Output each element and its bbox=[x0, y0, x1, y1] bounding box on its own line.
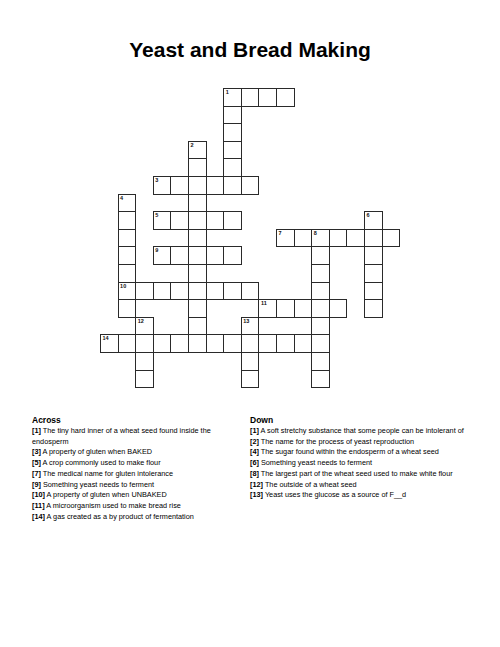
clue-number: 6 bbox=[367, 212, 370, 219]
grid-cell[interactable] bbox=[258, 334, 277, 353]
clue-item: [9] Something yeast needs to ferment bbox=[32, 480, 244, 491]
grid-cell[interactable] bbox=[364, 264, 383, 283]
clue-item: [2] The name for the process of yeast re… bbox=[250, 437, 466, 448]
clue-item: [11] A microorganism used to make bread … bbox=[32, 501, 244, 512]
clue-item: [3] A property of gluten when BAKED bbox=[32, 447, 244, 458]
clue-item-number: [1] bbox=[32, 426, 41, 435]
grid-cell[interactable] bbox=[135, 352, 154, 371]
grid-cell[interactable] bbox=[294, 229, 313, 248]
down-clues-column: Down [1] A soft stretchy substance that … bbox=[250, 414, 466, 501]
grid-cell[interactable]: 6 bbox=[364, 211, 383, 230]
clue-number: 2 bbox=[191, 142, 194, 149]
grid-cell[interactable]: 10 bbox=[118, 282, 137, 301]
down-clues-list: [1] A soft stretchy substance that some … bbox=[250, 426, 466, 501]
grid-cell[interactable] bbox=[206, 334, 225, 353]
grid-cell[interactable]: 13 bbox=[241, 317, 260, 336]
grid-cell[interactable] bbox=[241, 334, 260, 353]
grid-cell[interactable]: 8 bbox=[311, 229, 330, 248]
grid-cell[interactable] bbox=[364, 282, 383, 301]
grid-cell[interactable] bbox=[294, 299, 313, 318]
grid-cell[interactable] bbox=[364, 299, 383, 318]
clue-item: [13] Yeast uses the glucose as a source … bbox=[250, 490, 466, 501]
clue-number: 1 bbox=[226, 89, 229, 96]
grid-cell[interactable] bbox=[329, 299, 348, 318]
grid-cell[interactable] bbox=[276, 334, 295, 353]
grid-cell[interactable] bbox=[311, 299, 330, 318]
clue-number: 7 bbox=[279, 230, 282, 237]
grid-cell[interactable] bbox=[276, 88, 295, 107]
clue-item-number: [10] bbox=[32, 490, 45, 499]
grid-cell[interactable] bbox=[118, 246, 137, 265]
clue-item-number: [14] bbox=[32, 512, 45, 521]
grid-cell[interactable] bbox=[258, 88, 277, 107]
grid-cell[interactable] bbox=[188, 246, 207, 265]
clue-number: 13 bbox=[243, 318, 249, 325]
clue-item-number: [11] bbox=[32, 501, 45, 510]
grid-cell[interactable] bbox=[118, 334, 137, 353]
clue-item: [4] The sugar found within the endosperm… bbox=[250, 447, 466, 458]
clue-item: [7] The medical name for gluten intolera… bbox=[32, 469, 244, 480]
grid-cell[interactable] bbox=[311, 352, 330, 371]
across-clues-list: [1] The tiny hard inner of a wheat seed … bbox=[32, 426, 244, 522]
down-header: Down bbox=[250, 414, 466, 426]
grid-cell[interactable] bbox=[170, 176, 189, 195]
grid-cell[interactable] bbox=[188, 194, 207, 213]
grid-cell[interactable] bbox=[223, 123, 242, 142]
grid-cell[interactable] bbox=[329, 229, 348, 248]
grid-cell[interactable] bbox=[241, 370, 260, 389]
grid-cell[interactable] bbox=[206, 246, 225, 265]
grid-cell[interactable] bbox=[206, 282, 225, 301]
clue-item-number: [5] bbox=[32, 458, 41, 467]
clue-item: [14] A gas created as a by product of fe… bbox=[32, 512, 244, 523]
grid-cell[interactable] bbox=[364, 229, 383, 248]
grid-cell[interactable] bbox=[153, 334, 172, 353]
grid-cell[interactable] bbox=[311, 264, 330, 283]
clue-item-number: [3] bbox=[32, 447, 41, 456]
clue-item-number: [13] bbox=[250, 490, 263, 499]
crossword-page: Yeast and Bread Making 12345678910111213… bbox=[0, 0, 500, 647]
clue-number: 4 bbox=[120, 195, 123, 202]
grid-cell[interactable] bbox=[118, 211, 137, 230]
grid-cell[interactable] bbox=[241, 176, 260, 195]
grid-cell[interactable]: 7 bbox=[276, 229, 295, 248]
grid-cell[interactable] bbox=[153, 282, 172, 301]
clue-item-number: [1] bbox=[250, 426, 259, 435]
grid-cell[interactable] bbox=[188, 264, 207, 283]
grid-cell[interactable] bbox=[188, 299, 207, 318]
clue-item-number: [12] bbox=[250, 480, 263, 489]
grid-cell[interactable] bbox=[223, 211, 242, 230]
grid-cell[interactable] bbox=[294, 334, 313, 353]
grid-cell[interactable] bbox=[311, 370, 330, 389]
grid-cell[interactable] bbox=[206, 176, 225, 195]
grid-cell[interactable]: 9 bbox=[153, 246, 172, 265]
grid-cell[interactable] bbox=[188, 229, 207, 248]
grid-cell[interactable] bbox=[241, 88, 260, 107]
grid-cell[interactable]: 4 bbox=[118, 194, 137, 213]
grid-cell[interactable] bbox=[188, 176, 207, 195]
clue-number: 8 bbox=[314, 230, 317, 237]
page-title: Yeast and Bread Making bbox=[0, 38, 500, 62]
grid-cell[interactable] bbox=[241, 352, 260, 371]
grid-cell[interactable] bbox=[206, 211, 225, 230]
grid-cell[interactable] bbox=[188, 282, 207, 301]
grid-cell[interactable] bbox=[311, 282, 330, 301]
grid-cell[interactable]: 3 bbox=[153, 176, 172, 195]
grid-cell[interactable]: 5 bbox=[153, 211, 172, 230]
grid-cell[interactable]: 11 bbox=[258, 299, 277, 318]
grid-cell[interactable] bbox=[170, 211, 189, 230]
grid-cell[interactable] bbox=[311, 317, 330, 336]
grid-cell[interactable] bbox=[118, 264, 137, 283]
clue-number: 10 bbox=[120, 283, 126, 290]
clue-number: 5 bbox=[155, 212, 158, 219]
grid-cell[interactable] bbox=[223, 106, 242, 125]
grid-cell[interactable] bbox=[223, 246, 242, 265]
grid-cell[interactable]: 2 bbox=[188, 141, 207, 160]
across-header: Across bbox=[32, 414, 244, 426]
clue-item: [1] A soft stretchy substance that some … bbox=[250, 426, 466, 437]
clue-item-number: [7] bbox=[32, 469, 41, 478]
across-clues-column: Across [1] The tiny hard inner of a whea… bbox=[32, 414, 244, 522]
clue-item: [8] The largest part of the wheat seed u… bbox=[250, 469, 466, 480]
clue-item: [10] A property of gluten when UNBAKED bbox=[32, 490, 244, 501]
clue-number: 14 bbox=[103, 335, 109, 342]
grid-cell[interactable] bbox=[170, 282, 189, 301]
grid-cell[interactable] bbox=[188, 334, 207, 353]
clue-item-number: [2] bbox=[250, 437, 259, 446]
grid-cell[interactable] bbox=[118, 229, 137, 248]
grid-cell[interactable]: 14 bbox=[100, 334, 119, 353]
grid-cell[interactable] bbox=[135, 334, 154, 353]
clue-item-number: [4] bbox=[250, 447, 259, 456]
grid-cell[interactable] bbox=[223, 141, 242, 160]
grid-cell[interactable] bbox=[276, 299, 295, 318]
grid-cell[interactable]: 12 bbox=[135, 317, 154, 336]
grid-cell[interactable] bbox=[364, 246, 383, 265]
clue-number: 9 bbox=[155, 247, 158, 254]
grid-cell[interactable] bbox=[170, 246, 189, 265]
clue-item-number: [8] bbox=[250, 469, 259, 478]
grid-cell[interactable] bbox=[223, 158, 242, 177]
clue-item-number: [6] bbox=[250, 458, 259, 467]
clue-item: [6] Something yeast needs to ferment bbox=[250, 458, 466, 469]
grid-cell[interactable] bbox=[118, 299, 137, 318]
grid-cell[interactable] bbox=[223, 334, 242, 353]
crossword-grid: 1234567891011121314 bbox=[100, 88, 400, 388]
clue-item-number: [9] bbox=[32, 480, 41, 489]
grid-cell[interactable] bbox=[188, 317, 207, 336]
clue-number: 12 bbox=[138, 318, 144, 325]
grid-cell[interactable] bbox=[311, 246, 330, 265]
grid-cell[interactable] bbox=[188, 158, 207, 177]
clue-item: [12] The outside of a wheat seed bbox=[250, 480, 466, 491]
clue-item: [1] The tiny hard inner of a wheat seed … bbox=[32, 426, 244, 447]
grid-cell[interactable] bbox=[223, 176, 242, 195]
clue-number: 11 bbox=[261, 300, 267, 307]
clue-item: [5] A crop commonly used to make flour bbox=[32, 458, 244, 469]
grid-cell[interactable] bbox=[135, 282, 154, 301]
grid-cell[interactable] bbox=[135, 370, 154, 389]
grid-cell[interactable] bbox=[223, 282, 242, 301]
grid-cell[interactable] bbox=[382, 229, 401, 248]
grid-cell[interactable] bbox=[346, 229, 365, 248]
grid-cell[interactable]: 1 bbox=[223, 88, 242, 107]
clue-number: 3 bbox=[155, 177, 158, 184]
grid-cell[interactable] bbox=[188, 211, 207, 230]
grid-cell[interactable] bbox=[241, 282, 260, 301]
grid-cell[interactable] bbox=[311, 334, 330, 353]
grid-cell[interactable] bbox=[170, 334, 189, 353]
